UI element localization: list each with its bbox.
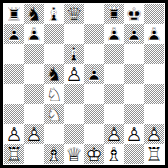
piece-outline: ♙: [24, 124, 44, 144]
black-knight[interactable]: ♞♘: [24, 4, 44, 24]
black-rook[interactable]: ♜♖: [104, 4, 124, 24]
square-a3[interactable]: [4, 104, 24, 124]
square-a1[interactable]: ♜♖: [4, 144, 24, 164]
square-g2[interactable]: ♟♙: [124, 124, 144, 144]
black-pawn[interactable]: ♟♙: [4, 24, 24, 44]
square-d4[interactable]: [64, 84, 84, 104]
piece-outline: ♙: [84, 64, 104, 84]
piece-outline: ♖: [144, 144, 164, 164]
black-bishop[interactable]: ♝♗: [64, 44, 84, 64]
square-g6[interactable]: [124, 44, 144, 64]
white-rook[interactable]: ♜♖: [144, 144, 164, 164]
square-c8[interactable]: ♝♗: [44, 4, 64, 24]
square-d6[interactable]: ♝♗: [64, 44, 84, 64]
square-b3[interactable]: [24, 104, 44, 124]
piece-outline: ♗: [44, 144, 64, 164]
square-b2[interactable]: ♟♙: [24, 124, 44, 144]
square-a7[interactable]: ♟♙: [4, 24, 24, 44]
square-e7[interactable]: [84, 24, 104, 44]
white-pawn[interactable]: ♟♙: [124, 124, 144, 144]
white-pawn[interactable]: ♟♙: [4, 124, 24, 144]
square-c2[interactable]: [44, 124, 64, 144]
white-knight[interactable]: ♞♘: [44, 104, 64, 124]
piece-outline: ♘: [44, 104, 64, 124]
square-d3[interactable]: [64, 104, 84, 124]
white-knight[interactable]: ♞♘: [44, 84, 64, 104]
square-c1[interactable]: ♝♗: [44, 144, 64, 164]
black-knight[interactable]: ♞♘: [44, 64, 64, 84]
piece-outline: ♗: [64, 44, 84, 64]
white-queen[interactable]: ♛♕: [64, 144, 84, 164]
white-rook[interactable]: ♜♖: [4, 144, 24, 164]
square-e8[interactable]: [84, 4, 104, 24]
square-d1[interactable]: ♛♕: [64, 144, 84, 164]
black-pawn[interactable]: ♟♙: [144, 24, 164, 44]
square-a2[interactable]: ♟♙: [4, 124, 24, 144]
piece-outline: ♗: [104, 144, 124, 164]
square-f5[interactable]: [104, 64, 124, 84]
square-b8[interactable]: ♞♘: [24, 4, 44, 24]
square-f7[interactable]: ♟♙: [104, 24, 124, 44]
black-king[interactable]: ♚♔: [124, 4, 144, 24]
piece-outline: ♖: [4, 144, 24, 164]
square-e6[interactable]: [84, 44, 104, 64]
square-a4[interactable]: [4, 84, 24, 104]
piece-outline: ♗: [44, 4, 64, 24]
square-g3[interactable]: [124, 104, 144, 124]
square-a5[interactable]: [4, 64, 24, 84]
square-c6[interactable]: [44, 44, 64, 64]
square-e5[interactable]: ♟♙: [84, 64, 104, 84]
square-b6[interactable]: [24, 44, 44, 64]
black-bishop[interactable]: ♝♗: [44, 4, 64, 24]
piece-outline: ♙: [124, 124, 144, 144]
square-h7[interactable]: ♟♙: [144, 24, 164, 44]
piece-outline: ♔: [84, 144, 104, 164]
square-e1[interactable]: ♚♔: [84, 144, 104, 164]
square-f6[interactable]: [104, 44, 124, 64]
square-h1[interactable]: ♜♖: [144, 144, 164, 164]
piece-outline: ♘: [44, 64, 64, 84]
piece-outline: ♕: [64, 4, 84, 24]
piece-outline: ♙: [64, 64, 84, 84]
piece-outline: ♙: [124, 24, 144, 44]
square-c5[interactable]: ♞♘: [44, 64, 64, 84]
square-e4[interactable]: [84, 84, 104, 104]
square-g1[interactable]: [124, 144, 144, 164]
square-f8[interactable]: ♜♖: [104, 4, 124, 24]
square-h6[interactable]: [144, 44, 164, 64]
square-f2[interactable]: ♟♙: [104, 124, 124, 144]
piece-outline: ♙: [144, 124, 164, 144]
piece-outline: ♙: [24, 24, 44, 44]
square-h3[interactable]: [144, 104, 164, 124]
black-queen[interactable]: ♛♕: [64, 4, 84, 24]
square-h4[interactable]: [144, 84, 164, 104]
square-e2[interactable]: [84, 124, 104, 144]
square-g4[interactable]: [124, 84, 144, 104]
square-d7[interactable]: [64, 24, 84, 44]
chess-board: ♜♖♞♘♝♗♛♕♜♖♚♔♟♙♟♙♟♙♟♙♟♙♝♗♞♘♟♙♟♙♞♘♞♘♟♙♟♙♟♙…: [4, 4, 164, 164]
square-b4[interactable]: [24, 84, 44, 104]
chess-diagram-frame: ♜♖♞♘♝♗♛♕♜♖♚♔♟♙♟♙♟♙♟♙♟♙♝♗♞♘♟♙♟♙♞♘♞♘♟♙♟♙♟♙…: [0, 0, 168, 168]
black-pawn[interactable]: ♟♙: [124, 24, 144, 44]
white-pawn[interactable]: ♟♙: [104, 124, 124, 144]
black-pawn[interactable]: ♟♙: [84, 64, 104, 84]
piece-outline: ♘: [24, 4, 44, 24]
white-king[interactable]: ♚♔: [84, 144, 104, 164]
square-a8[interactable]: ♜♖: [4, 4, 24, 24]
square-b5[interactable]: [24, 64, 44, 84]
square-f3[interactable]: [104, 104, 124, 124]
square-d8[interactable]: ♛♕: [64, 4, 84, 24]
black-rook[interactable]: ♜♖: [4, 4, 24, 24]
piece-outline: ♙: [4, 24, 24, 44]
white-pawn[interactable]: ♟♙: [24, 124, 44, 144]
piece-outline: ♙: [104, 24, 124, 44]
square-b1[interactable]: [24, 144, 44, 164]
square-d2[interactable]: [64, 124, 84, 144]
square-f4[interactable]: [104, 84, 124, 104]
square-g7[interactable]: ♟♙: [124, 24, 144, 44]
white-pawn[interactable]: ♟♙: [144, 124, 164, 144]
black-pawn[interactable]: ♟♙: [24, 24, 44, 44]
piece-outline: ♕: [64, 144, 84, 164]
square-c3[interactable]: ♞♘: [44, 104, 64, 124]
square-c4[interactable]: ♞♘: [44, 84, 64, 104]
piece-outline: ♙: [104, 124, 124, 144]
square-h8[interactable]: [144, 4, 164, 24]
square-h2[interactable]: ♟♙: [144, 124, 164, 144]
square-d5[interactable]: ♟♙: [64, 64, 84, 84]
white-bishop[interactable]: ♝♗: [44, 144, 64, 164]
piece-outline: ♖: [104, 4, 124, 24]
square-g8[interactable]: ♚♔: [124, 4, 144, 24]
white-bishop[interactable]: ♝♗: [104, 144, 124, 164]
piece-outline: ♙: [4, 124, 24, 144]
piece-outline: ♖: [4, 4, 24, 24]
square-a6[interactable]: [4, 44, 24, 64]
piece-outline: ♘: [44, 84, 64, 104]
square-f1[interactable]: ♝♗: [104, 144, 124, 164]
square-h5[interactable]: [144, 64, 164, 84]
white-pawn[interactable]: ♟♙: [64, 64, 84, 84]
piece-outline: ♔: [124, 4, 144, 24]
square-b7[interactable]: ♟♙: [24, 24, 44, 44]
square-c7[interactable]: [44, 24, 64, 44]
square-e3[interactable]: [84, 104, 104, 124]
black-pawn[interactable]: ♟♙: [104, 24, 124, 44]
square-g5[interactable]: [124, 64, 144, 84]
piece-outline: ♙: [144, 24, 164, 44]
